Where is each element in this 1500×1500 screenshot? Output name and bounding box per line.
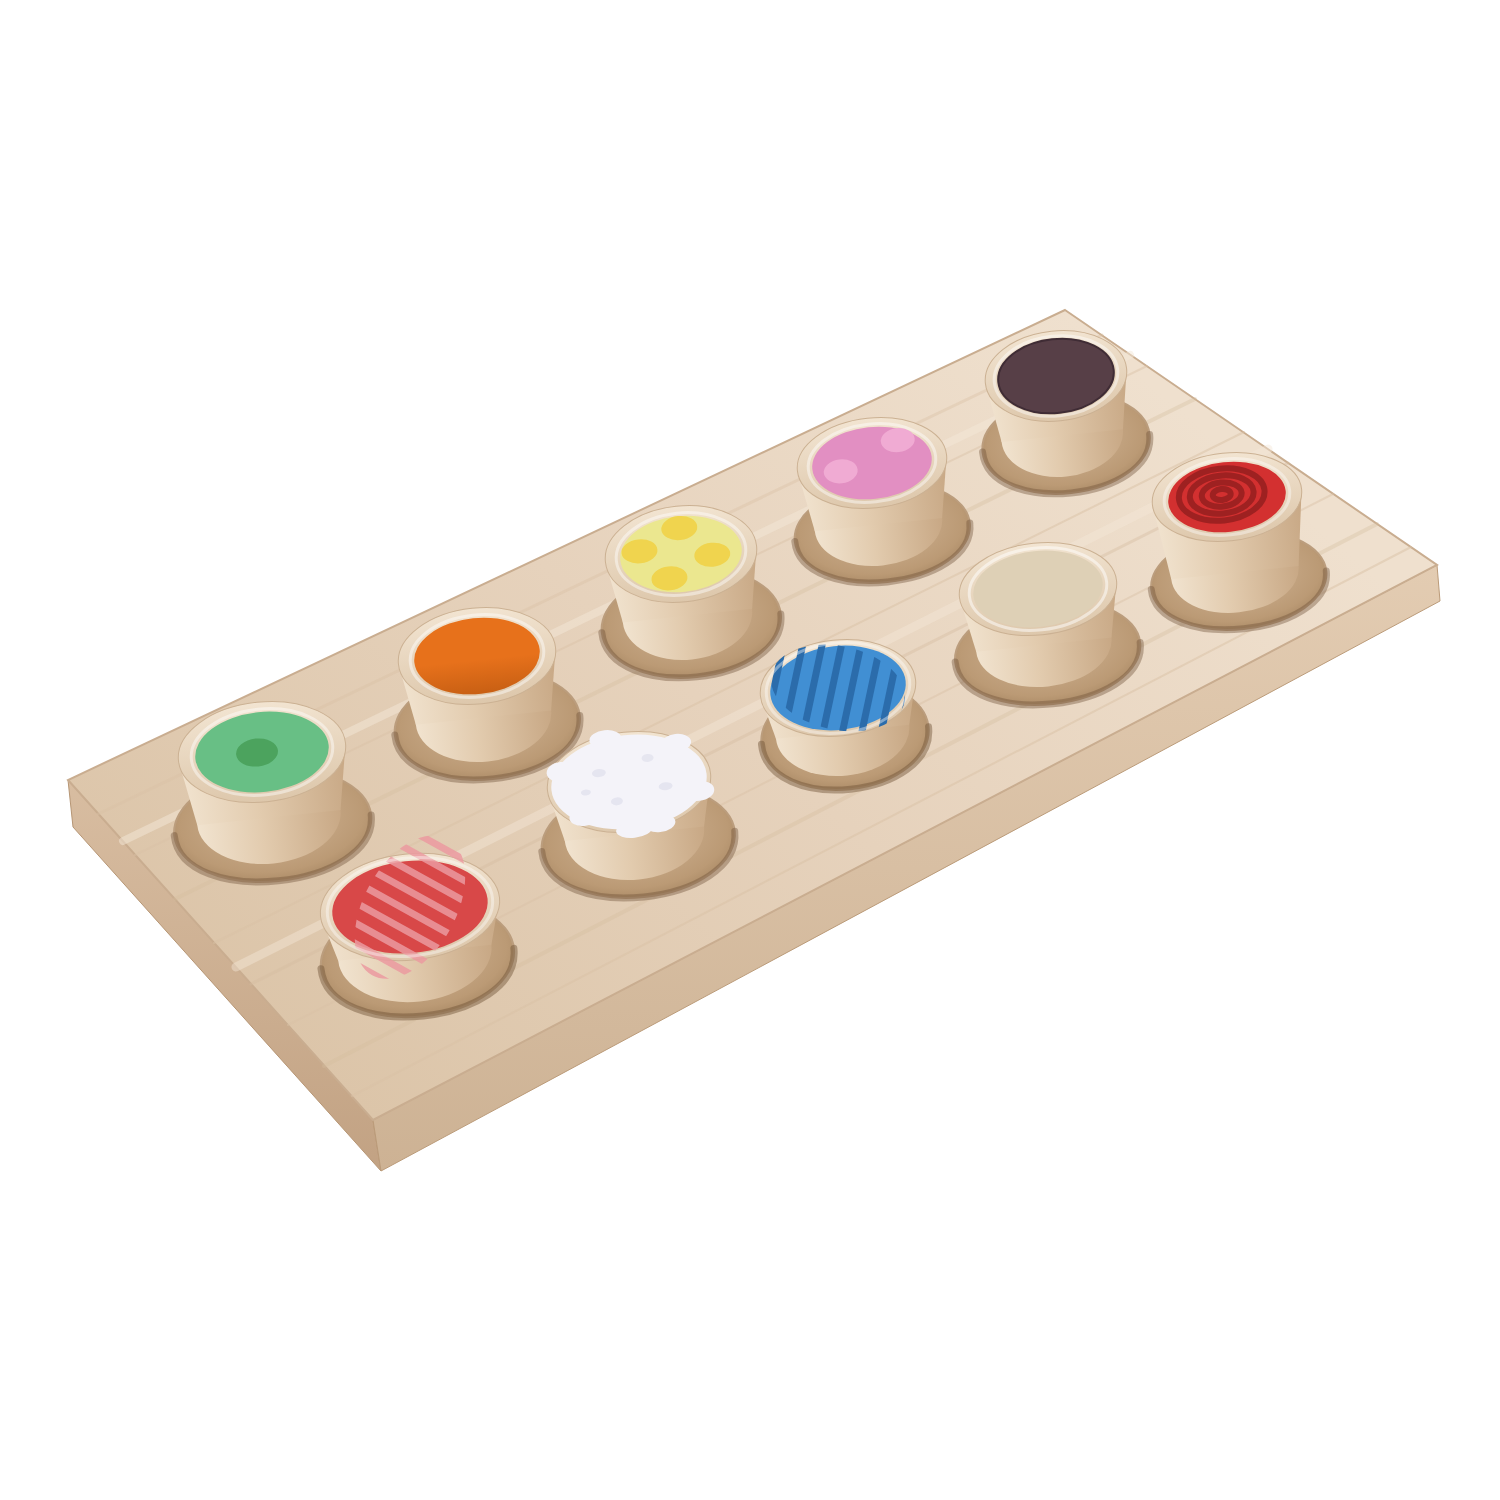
sensory-board-scene [0, 0, 1500, 1500]
product-photo-stage [0, 0, 1500, 1500]
